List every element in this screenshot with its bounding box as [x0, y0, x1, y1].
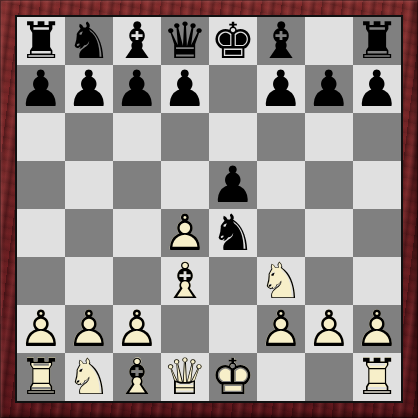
square-e6[interactable] — [209, 113, 257, 161]
piece-black-king: ♚ — [209, 17, 257, 65]
square-h2[interactable]: ♟♙ — [353, 305, 401, 353]
square-g3[interactable] — [305, 257, 353, 305]
square-e7[interactable] — [209, 65, 257, 113]
square-g6[interactable] — [305, 113, 353, 161]
piece-white-queen: ♛ — [161, 353, 209, 401]
square-c3[interactable] — [113, 257, 161, 305]
square-f7[interactable]: ♟ — [257, 65, 305, 113]
piece-black-pawn: ♟ — [161, 65, 209, 113]
piece-white-pawn: ♟ — [305, 305, 353, 353]
square-d2[interactable] — [161, 305, 209, 353]
square-c6[interactable] — [113, 113, 161, 161]
piece-white-pawn-outline: ♙ — [353, 305, 401, 353]
square-g7[interactable]: ♟ — [305, 65, 353, 113]
piece-white-knight: ♞ — [257, 257, 305, 305]
piece-white-pawn-outline: ♙ — [113, 305, 161, 353]
piece-white-rook-outline: ♖ — [17, 353, 65, 401]
square-d1[interactable]: ♛♕ — [161, 353, 209, 401]
square-b5[interactable] — [65, 161, 113, 209]
square-d6[interactable] — [161, 113, 209, 161]
piece-white-pawn-outline: ♙ — [161, 209, 209, 257]
piece-white-pawn-outline: ♙ — [65, 305, 113, 353]
piece-white-pawn-outline: ♙ — [305, 305, 353, 353]
piece-black-queen: ♛ — [161, 17, 209, 65]
square-f4[interactable] — [257, 209, 305, 257]
board-frame: ♜♞♝♛♚♝♜♟♟♟♟♟♟♟♟♟♙♞♝♗♞♘♟♙♟♙♟♙♟♙♟♙♟♙♜♖♞♘♝♗… — [0, 0, 418, 418]
piece-black-bishop: ♝ — [257, 17, 305, 65]
square-h7[interactable]: ♟ — [353, 65, 401, 113]
piece-black-bishop: ♝ — [113, 17, 161, 65]
piece-black-pawn: ♟ — [257, 65, 305, 113]
square-b2[interactable]: ♟♙ — [65, 305, 113, 353]
square-g1[interactable] — [305, 353, 353, 401]
piece-white-rook-outline: ♖ — [353, 353, 401, 401]
square-e8[interactable]: ♚ — [209, 17, 257, 65]
square-b4[interactable] — [65, 209, 113, 257]
square-h1[interactable]: ♜♖ — [353, 353, 401, 401]
square-c4[interactable] — [113, 209, 161, 257]
square-d7[interactable]: ♟ — [161, 65, 209, 113]
piece-white-bishop-outline: ♗ — [113, 353, 161, 401]
piece-black-rook: ♜ — [17, 17, 65, 65]
square-d5[interactable] — [161, 161, 209, 209]
square-h6[interactable] — [353, 113, 401, 161]
piece-black-pawn: ♟ — [113, 65, 161, 113]
square-g2[interactable]: ♟♙ — [305, 305, 353, 353]
piece-black-pawn: ♟ — [17, 65, 65, 113]
square-c7[interactable]: ♟ — [113, 65, 161, 113]
piece-black-pawn: ♟ — [353, 65, 401, 113]
piece-white-king: ♚ — [209, 353, 257, 401]
square-a6[interactable] — [17, 113, 65, 161]
piece-white-pawn: ♟ — [257, 305, 305, 353]
piece-white-king-outline: ♔ — [209, 353, 257, 401]
piece-white-pawn: ♟ — [113, 305, 161, 353]
piece-black-pawn: ♟ — [209, 161, 257, 209]
piece-white-pawn: ♟ — [353, 305, 401, 353]
square-g5[interactable] — [305, 161, 353, 209]
square-b7[interactable]: ♟ — [65, 65, 113, 113]
square-h4[interactable] — [353, 209, 401, 257]
piece-black-rook: ♜ — [353, 17, 401, 65]
square-a1[interactable]: ♜♖ — [17, 353, 65, 401]
square-g4[interactable] — [305, 209, 353, 257]
square-f8[interactable]: ♝ — [257, 17, 305, 65]
square-g8[interactable] — [305, 17, 353, 65]
square-b3[interactable] — [65, 257, 113, 305]
square-f1[interactable] — [257, 353, 305, 401]
piece-white-rook: ♜ — [353, 353, 401, 401]
square-f6[interactable] — [257, 113, 305, 161]
square-e5[interactable]: ♟ — [209, 161, 257, 209]
piece-white-knight-outline: ♘ — [65, 353, 113, 401]
square-f5[interactable] — [257, 161, 305, 209]
square-c8[interactable]: ♝ — [113, 17, 161, 65]
piece-white-knight: ♞ — [65, 353, 113, 401]
chess-board: ♜♞♝♛♚♝♜♟♟♟♟♟♟♟♟♟♙♞♝♗♞♘♟♙♟♙♟♙♟♙♟♙♟♙♜♖♞♘♝♗… — [15, 15, 403, 403]
piece-white-rook: ♜ — [17, 353, 65, 401]
square-d3[interactable]: ♝♗ — [161, 257, 209, 305]
piece-white-bishop-outline: ♗ — [161, 257, 209, 305]
square-d4[interactable]: ♟♙ — [161, 209, 209, 257]
square-e3[interactable] — [209, 257, 257, 305]
piece-white-pawn: ♟ — [17, 305, 65, 353]
square-b1[interactable]: ♞♘ — [65, 353, 113, 401]
square-c5[interactable] — [113, 161, 161, 209]
piece-white-bishop: ♝ — [113, 353, 161, 401]
piece-white-bishop: ♝ — [161, 257, 209, 305]
piece-black-pawn: ♟ — [65, 65, 113, 113]
square-e2[interactable] — [209, 305, 257, 353]
square-d8[interactable]: ♛ — [161, 17, 209, 65]
square-h3[interactable] — [353, 257, 401, 305]
piece-white-knight-outline: ♘ — [257, 257, 305, 305]
square-a2[interactable]: ♟♙ — [17, 305, 65, 353]
piece-white-pawn: ♟ — [65, 305, 113, 353]
square-b6[interactable] — [65, 113, 113, 161]
piece-white-queen-outline: ♕ — [161, 353, 209, 401]
piece-black-knight: ♞ — [65, 17, 113, 65]
square-a3[interactable] — [17, 257, 65, 305]
piece-black-pawn: ♟ — [305, 65, 353, 113]
square-a7[interactable]: ♟ — [17, 65, 65, 113]
piece-white-pawn-outline: ♙ — [17, 305, 65, 353]
square-h8[interactable]: ♜ — [353, 17, 401, 65]
square-f3[interactable]: ♞♘ — [257, 257, 305, 305]
square-c2[interactable]: ♟♙ — [113, 305, 161, 353]
square-e4[interactable]: ♞ — [209, 209, 257, 257]
square-c1[interactable]: ♝♗ — [113, 353, 161, 401]
square-b8[interactable]: ♞ — [65, 17, 113, 65]
square-a4[interactable] — [17, 209, 65, 257]
square-f2[interactable]: ♟♙ — [257, 305, 305, 353]
square-a8[interactable]: ♜ — [17, 17, 65, 65]
square-a5[interactable] — [17, 161, 65, 209]
square-h5[interactable] — [353, 161, 401, 209]
piece-white-pawn: ♟ — [161, 209, 209, 257]
square-e1[interactable]: ♚♔ — [209, 353, 257, 401]
piece-black-knight: ♞ — [209, 209, 257, 257]
piece-white-pawn-outline: ♙ — [257, 305, 305, 353]
